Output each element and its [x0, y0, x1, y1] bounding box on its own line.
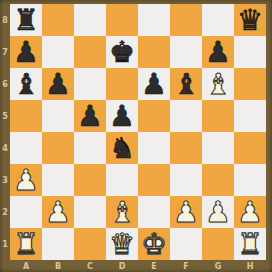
- square-f5[interactable]: [170, 100, 202, 132]
- square-a2[interactable]: [10, 196, 42, 228]
- file-label-h: H: [234, 260, 266, 272]
- square-e7[interactable]: [138, 36, 170, 68]
- square-d4[interactable]: ♞: [106, 132, 138, 164]
- square-g5[interactable]: [202, 100, 234, 132]
- square-h2[interactable]: ♟: [234, 196, 266, 228]
- rank-label-8: 8: [0, 4, 10, 36]
- square-a6[interactable]: ♝: [10, 68, 42, 100]
- square-a5[interactable]: [10, 100, 42, 132]
- piece-black-rook-a8[interactable]: ♜: [13, 4, 39, 36]
- square-g8[interactable]: [202, 4, 234, 36]
- piece-black-pawn-c5[interactable]: ♟: [77, 100, 103, 132]
- square-c4[interactable]: [74, 132, 106, 164]
- file-label-f: F: [170, 260, 202, 272]
- square-h8[interactable]: ♛: [234, 4, 266, 36]
- file-labels: ABCDEFGH: [10, 260, 266, 272]
- square-g3[interactable]: [202, 164, 234, 196]
- square-d1[interactable]: ♛: [106, 228, 138, 260]
- square-f4[interactable]: [170, 132, 202, 164]
- piece-white-pawn-a3[interactable]: ♟: [13, 164, 39, 196]
- file-label-e: E: [138, 260, 170, 272]
- square-c2[interactable]: [74, 196, 106, 228]
- square-h1[interactable]: ♜: [234, 228, 266, 260]
- file-label-d: D: [106, 260, 138, 272]
- square-c7[interactable]: [74, 36, 106, 68]
- piece-white-bishop-g6[interactable]: ♝: [205, 68, 231, 100]
- square-e2[interactable]: [138, 196, 170, 228]
- square-h5[interactable]: [234, 100, 266, 132]
- square-e8[interactable]: [138, 4, 170, 36]
- rank-label-7: 7: [0, 36, 10, 68]
- square-g7[interactable]: ♟: [202, 36, 234, 68]
- rank-label-3: 3: [0, 164, 10, 196]
- square-a3[interactable]: ♟: [10, 164, 42, 196]
- square-e3[interactable]: [138, 164, 170, 196]
- square-g4[interactable]: [202, 132, 234, 164]
- square-c1[interactable]: [74, 228, 106, 260]
- square-f6[interactable]: ♝: [170, 68, 202, 100]
- piece-white-pawn-f2[interactable]: ♟: [173, 196, 199, 228]
- square-d3[interactable]: [106, 164, 138, 196]
- file-label-c: C: [74, 260, 106, 272]
- square-a7[interactable]: ♟: [10, 36, 42, 68]
- square-d7[interactable]: ♚: [106, 36, 138, 68]
- piece-black-bishop-a6[interactable]: ♝: [13, 68, 39, 100]
- piece-white-king-e1[interactable]: ♚: [141, 228, 167, 260]
- square-c6[interactable]: [74, 68, 106, 100]
- square-f1[interactable]: [170, 228, 202, 260]
- square-b8[interactable]: [42, 4, 74, 36]
- piece-black-pawn-g7[interactable]: ♟: [205, 36, 231, 68]
- piece-white-pawn-g2[interactable]: ♟: [205, 196, 231, 228]
- piece-black-pawn-b6[interactable]: ♟: [45, 68, 71, 100]
- square-h4[interactable]: [234, 132, 266, 164]
- piece-black-king-d7[interactable]: ♚: [109, 36, 135, 68]
- square-b6[interactable]: ♟: [42, 68, 74, 100]
- piece-white-pawn-h2[interactable]: ♟: [237, 196, 263, 228]
- square-b4[interactable]: [42, 132, 74, 164]
- square-f7[interactable]: [170, 36, 202, 68]
- piece-black-bishop-f6[interactable]: ♝: [173, 68, 199, 100]
- piece-black-pawn-d5[interactable]: ♟: [109, 100, 135, 132]
- piece-black-queen-h8[interactable]: ♛: [237, 4, 263, 36]
- piece-black-pawn-e6[interactable]: ♟: [141, 68, 167, 100]
- rank-label-4: 4: [0, 132, 10, 164]
- piece-white-bishop-d2[interactable]: ♝: [109, 196, 135, 228]
- file-label-g: G: [202, 260, 234, 272]
- rank-label-1: 1: [0, 228, 10, 260]
- square-c3[interactable]: [74, 164, 106, 196]
- square-c8[interactable]: [74, 4, 106, 36]
- square-a8[interactable]: ♜: [10, 4, 42, 36]
- piece-white-rook-h1[interactable]: ♜: [237, 228, 263, 260]
- square-b3[interactable]: [42, 164, 74, 196]
- square-d6[interactable]: [106, 68, 138, 100]
- file-label-a: A: [10, 260, 42, 272]
- square-e6[interactable]: ♟: [138, 68, 170, 100]
- square-b5[interactable]: [42, 100, 74, 132]
- square-d2[interactable]: ♝: [106, 196, 138, 228]
- piece-black-pawn-a7[interactable]: ♟: [13, 36, 39, 68]
- square-a1[interactable]: ♜: [10, 228, 42, 260]
- piece-black-knight-d4[interactable]: ♞: [109, 132, 135, 164]
- square-b7[interactable]: [42, 36, 74, 68]
- square-f8[interactable]: [170, 4, 202, 36]
- square-d8[interactable]: [106, 4, 138, 36]
- square-e5[interactable]: [138, 100, 170, 132]
- square-h7[interactable]: [234, 36, 266, 68]
- square-f2[interactable]: ♟: [170, 196, 202, 228]
- chess-board-frame: 87654321 ♜♛♟♚♟♝♟♟♝♝♟♟♞♟♟♝♟♟♟♜♛♚♜ ABCDEFG…: [0, 0, 272, 272]
- piece-white-queen-d1[interactable]: ♛: [109, 228, 135, 260]
- square-c5[interactable]: ♟: [74, 100, 106, 132]
- rank-label-6: 6: [0, 68, 10, 100]
- square-h3[interactable]: [234, 164, 266, 196]
- square-a4[interactable]: [10, 132, 42, 164]
- rank-label-2: 2: [0, 196, 10, 228]
- square-b2[interactable]: ♟: [42, 196, 74, 228]
- square-g1[interactable]: [202, 228, 234, 260]
- piece-white-pawn-b2[interactable]: ♟: [45, 196, 71, 228]
- rank-label-5: 5: [0, 100, 10, 132]
- square-e1[interactable]: ♚: [138, 228, 170, 260]
- square-d5[interactable]: ♟: [106, 100, 138, 132]
- square-f3[interactable]: [170, 164, 202, 196]
- square-b1[interactable]: [42, 228, 74, 260]
- file-label-b: B: [42, 260, 74, 272]
- chess-board: ♜♛♟♚♟♝♟♟♝♝♟♟♞♟♟♝♟♟♟♜♛♚♜: [10, 4, 266, 260]
- square-e4[interactable]: [138, 132, 170, 164]
- rank-labels: 87654321: [0, 4, 10, 260]
- square-g2[interactable]: ♟: [202, 196, 234, 228]
- piece-white-rook-a1[interactable]: ♜: [13, 228, 39, 260]
- square-g6[interactable]: ♝: [202, 68, 234, 100]
- square-h6[interactable]: [234, 68, 266, 100]
